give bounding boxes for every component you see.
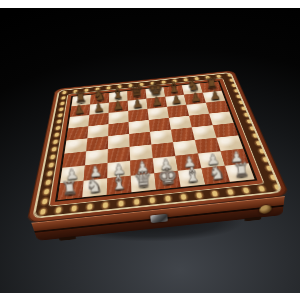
piece-black-pawn: ♟ [92,101,104,114]
piece-black-pawn: ♟ [112,99,124,112]
piece-white-bishop: ♝ [182,164,202,186]
piece-black-pawn: ♟ [189,91,201,104]
square-h1[interactable]: ♜ [225,163,254,181]
piece-white-knight: ♞ [207,163,226,183]
piece-white-queen: ♛ [132,168,153,191]
piece-white-knight: ♞ [84,176,103,196]
piece-white-rook: ♜ [60,178,79,198]
letterbox-top [0,0,300,8]
photo-stage: ♜♞♝♛♚♝♞♜♟♟♟♟♟♟♟♟♟♟♟♟♟♟♟♟♜♞♝♛♚♝♞♜ [0,8,300,293]
piece-white-bishop: ♝ [108,172,128,194]
square-c7[interactable]: ♟ [109,101,128,113]
piece-black-pawn: ♟ [170,93,182,106]
piece-black-pawn: ♟ [209,89,221,102]
chess-box: ♜♞♝♛♚♝♞♜♟♟♟♟♟♟♟♟♟♟♟♟♟♟♟♟♜♞♝♛♚♝♞♜ [26,70,290,223]
square-h5[interactable] [209,111,233,125]
square-b4[interactable] [86,136,108,151]
piece-white-rook: ♜ [232,160,251,180]
square-g1[interactable]: ♞ [201,166,229,185]
square-e4[interactable] [150,130,173,145]
front-latch [150,214,168,223]
square-c1[interactable]: ♝ [107,176,132,195]
piece-white-king: ♚ [156,164,178,188]
piece-black-pawn: ♟ [151,95,163,108]
piece-black-pawn: ♟ [73,103,85,116]
corner-clasp [259,204,272,214]
square-d1[interactable]: ♛ [131,173,156,192]
square-a5[interactable] [66,126,88,140]
square-a1[interactable]: ♜ [58,181,84,200]
piece-black-pawn: ♟ [131,97,143,110]
letterbox-bottom [0,293,300,300]
square-e1[interactable]: ♚ [154,171,180,190]
square-b1[interactable]: ♞ [82,178,107,197]
square-e5[interactable] [149,118,171,132]
